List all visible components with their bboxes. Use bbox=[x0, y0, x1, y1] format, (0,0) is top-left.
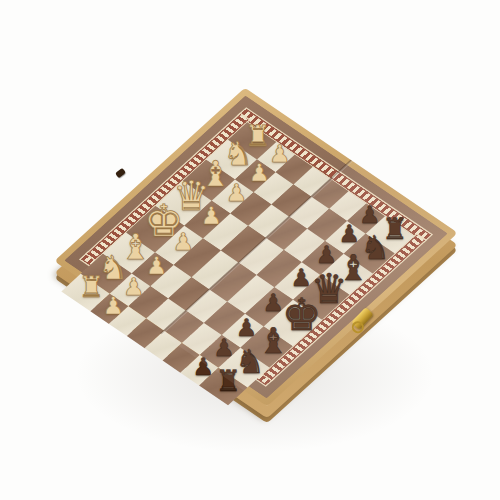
product-photo-scene: Overhead angled product photo of an open… bbox=[0, 0, 500, 500]
clasp-catch-knob bbox=[115, 168, 126, 178]
